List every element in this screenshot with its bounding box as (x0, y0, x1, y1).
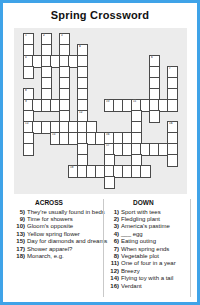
clue-item-text: Flying toy with a tail (121, 275, 190, 282)
grid-cell[interactable] (42, 78, 51, 89)
grid-cell[interactable] (78, 56, 87, 67)
across-header: ACROSS (35, 199, 102, 206)
clue-item-text: Day for diamonds and dreams (27, 238, 107, 245)
clue-item: 12)Breezy (108, 268, 190, 275)
clue-item-text: Yellow spring flower (27, 231, 102, 238)
clue-item-text: Sport with tees (121, 209, 190, 216)
grid-cell[interactable] (96, 166, 105, 177)
grid-cell[interactable] (150, 111, 159, 122)
grid-cell[interactable] (159, 100, 168, 111)
grid-cell[interactable]: 11 (132, 100, 141, 111)
puzzle-page: Spring Crossword 12345678910111213141516… (0, 0, 200, 305)
grid-cell[interactable]: 6 (150, 56, 159, 67)
clue-item: 14)Flying toy with a tail (108, 275, 190, 282)
clue-item-number: 5) (14, 209, 25, 216)
across-list: 5)They're usually found in beds9)Time fo… (14, 209, 102, 261)
clue-item-text: ___ egg (121, 231, 190, 238)
clue-item-text: They're usually found in beds (27, 209, 105, 216)
grid-cell[interactable] (60, 67, 69, 78)
clue-item: 8)Vegetable plot (108, 253, 190, 260)
grid-cell[interactable] (105, 177, 114, 188)
clue-number-label: 3 (61, 33, 63, 36)
clue-item-text: Verdant (121, 283, 190, 290)
clue-item: 17)Shower apparel? (14, 246, 102, 253)
grid-cell[interactable] (42, 45, 51, 56)
grid-cell[interactable] (96, 133, 105, 144)
grid-cell[interactable] (78, 67, 87, 78)
clue-item-text: Vegetable plot (121, 253, 190, 260)
grid-cell[interactable] (78, 122, 87, 133)
clue-number-label: 14 (169, 121, 172, 124)
grid-cell[interactable] (132, 144, 141, 155)
clue-item-number: 16) (108, 283, 119, 290)
grid-cell[interactable] (78, 89, 87, 100)
grid-cell[interactable] (60, 78, 69, 89)
grid-cell[interactable] (33, 56, 42, 67)
clue-item: 6)Eating outing (108, 238, 190, 245)
clue-item: 18)Monarch, e.g. (14, 253, 102, 260)
grid-cell[interactable] (42, 56, 51, 67)
grid-cell[interactable]: 18 (69, 166, 78, 177)
clue-item-text: One of four in a year (121, 260, 190, 267)
clue-item: 1)Sport with tees (108, 209, 190, 216)
grid-cell[interactable] (123, 133, 132, 144)
grid-cell[interactable]: 2 (42, 34, 51, 45)
clue-item-number: 2) (108, 216, 119, 223)
clue-item-number: 9) (14, 216, 25, 223)
clue-item-number: 15) (14, 238, 25, 245)
grid-cell[interactable]: 14 (168, 122, 177, 133)
clue-item-number: 18) (14, 253, 25, 260)
clue-item-text: Breezy (121, 268, 190, 275)
grid-cell[interactable] (60, 89, 69, 100)
clue-item: 9)Time for showers (14, 216, 102, 223)
grid-cell[interactable] (168, 89, 177, 100)
grid-cell[interactable] (168, 155, 177, 166)
clue-item-number: 17) (14, 246, 25, 253)
grid-cell[interactable] (132, 111, 141, 122)
clue-item-number: 1) (108, 209, 119, 216)
grid-cell[interactable] (123, 100, 132, 111)
across-clues-column: ACROSS 5)They're usually found in beds9)… (14, 199, 102, 260)
grid-cell[interactable]: 12 (78, 111, 87, 122)
grid-cell[interactable] (60, 56, 69, 67)
grid-cell[interactable] (114, 133, 123, 144)
grid-cell[interactable]: 10 (105, 100, 114, 111)
clue-number-label: 15 (52, 132, 55, 135)
grid-cell[interactable]: 17 (105, 144, 114, 155)
clue-number-label: 16 (106, 132, 109, 135)
clue-number-label: 7 (169, 66, 171, 69)
grid-cell[interactable] (24, 133, 33, 144)
clue-number-label: 4 (79, 44, 81, 47)
down-list: 1)Sport with tees2)Fledgling plant3)Amer… (108, 209, 190, 290)
clue-item-text: When spring ends (121, 246, 190, 253)
grid-cell[interactable] (150, 100, 159, 111)
grid-cell[interactable] (132, 133, 141, 144)
clue-item-number: 11) (108, 260, 119, 267)
clue-item-text: Gloom's opposite (27, 223, 102, 230)
grid-cell[interactable] (114, 100, 123, 111)
grid-cell[interactable] (60, 45, 69, 56)
grid-cell[interactable] (78, 155, 87, 166)
clue-number-label: 9 (25, 99, 27, 102)
grid-cell[interactable] (60, 100, 69, 111)
grid-cell[interactable] (78, 144, 87, 155)
grid-cell[interactable] (150, 67, 159, 78)
clue-item-text: America's pastime (121, 223, 190, 230)
grid-cell[interactable] (24, 144, 33, 155)
grid-cell[interactable] (141, 166, 150, 177)
grid-cell[interactable] (159, 144, 168, 155)
grid-cell[interactable] (42, 67, 51, 78)
grid-cell[interactable] (87, 122, 96, 133)
clue-number-label: 2 (43, 33, 45, 36)
clue-number-label: 12 (79, 110, 82, 113)
grid-cell[interactable] (114, 166, 123, 177)
grid-cell[interactable] (33, 100, 42, 111)
clue-item: 10)Gloom's opposite (14, 223, 102, 230)
clue-item: 4)___ egg (108, 231, 190, 238)
down-header: DOWN (133, 199, 190, 206)
crossword-grid: 123456789101112131415161718 (24, 34, 177, 188)
clue-number-label: 18 (70, 165, 73, 168)
grid-cell[interactable] (60, 133, 69, 144)
grid-cell[interactable] (141, 144, 150, 155)
grid-cell[interactable] (51, 56, 60, 67)
grid-cell[interactable]: 9 (24, 100, 33, 111)
grid-cell[interactable] (168, 78, 177, 89)
grid-cell[interactable] (87, 133, 96, 144)
grid-cell[interactable] (132, 166, 141, 177)
clue-number-label: 6 (151, 55, 153, 58)
crossword-board: 123456789101112131415161718 (14, 28, 187, 194)
clue-item-number: 4) (108, 231, 119, 238)
clue-item: 16)Verdant (108, 283, 190, 290)
grid-cell[interactable] (132, 155, 141, 166)
grid-cell[interactable] (51, 100, 60, 111)
grid-cell[interactable]: 15 (51, 133, 60, 144)
grid-cell[interactable] (69, 56, 78, 67)
clue-item-text: Fledgling plant (121, 216, 190, 223)
grid-cell[interactable]: 5 (24, 56, 33, 67)
grid-cell[interactable] (150, 89, 159, 100)
clues-section: ACROSS 5)They're usually found in beds9)… (14, 199, 197, 299)
page-title: Spring Crossword (3, 3, 197, 21)
clue-item-number: 13) (14, 231, 25, 238)
grid-cell[interactable] (69, 122, 78, 133)
grid-cell[interactable]: 1 (24, 34, 33, 45)
grid-cell[interactable] (78, 78, 87, 89)
clue-number-label: 13 (25, 121, 28, 124)
clue-item-number: 3) (108, 223, 119, 230)
clue-item: 5)They're usually found in beds (14, 209, 102, 216)
clue-number-label: 1 (25, 33, 27, 36)
grid-cell[interactable] (168, 133, 177, 144)
clue-number-label: 17 (106, 143, 109, 146)
clue-item-text: Time for showers (27, 216, 102, 223)
grid-cell[interactable] (150, 144, 159, 155)
grid-cell[interactable]: 13 (24, 122, 33, 133)
clue-item: 11)One of four in a year (108, 260, 190, 267)
grid-cell[interactable] (141, 100, 150, 111)
clue-number-label: 10 (106, 99, 109, 102)
clue-item-text: Eating outing (121, 238, 190, 245)
grid-cell[interactable] (168, 100, 177, 111)
grid-cell[interactable] (42, 100, 51, 111)
grid-cell[interactable] (105, 155, 114, 166)
grid-cell[interactable] (42, 89, 51, 100)
grid-cell[interactable] (60, 111, 69, 122)
clue-number-label: 5 (25, 55, 27, 58)
grid-cell[interactable] (78, 166, 87, 177)
grid-cell[interactable] (123, 166, 132, 177)
clue-item: 2)Fledgling plant (108, 216, 190, 223)
clue-number-label: 8 (25, 88, 27, 91)
clue-number-label: 11 (133, 99, 136, 102)
grid-cell[interactable] (78, 133, 87, 144)
grid-cell[interactable] (42, 122, 51, 133)
down-clues-column: DOWN 1)Sport with tees2)Fledgling plant3… (103, 199, 191, 297)
clue-item-number: 12) (108, 268, 119, 275)
clue-item-text: Monarch, e.g. (27, 253, 102, 260)
clue-item-number: 10) (14, 223, 25, 230)
grid-cell[interactable] (24, 67, 33, 78)
grid-cell[interactable] (132, 122, 141, 133)
grid-cell[interactable] (87, 166, 96, 177)
grid-cell[interactable] (69, 133, 78, 144)
grid-cell[interactable] (33, 122, 42, 133)
clue-item-number: 6) (108, 238, 119, 245)
grid-cell[interactable] (60, 122, 69, 133)
grid-cell[interactable] (123, 144, 132, 155)
grid-cell[interactable]: 3 (60, 34, 69, 45)
clue-item: 7)When spring ends (108, 246, 190, 253)
clue-item: 15)Day for diamonds and dreams (14, 238, 102, 245)
clue-item: 3)America's pastime (108, 223, 190, 230)
clue-item-text: Shower apparel? (27, 246, 102, 253)
grid-cell[interactable] (105, 166, 114, 177)
grid-cell[interactable] (168, 144, 177, 155)
grid-cell[interactable]: 7 (168, 67, 177, 78)
clue-item-number: 8) (108, 253, 119, 260)
clue-item: 13)Yellow spring flower (14, 231, 102, 238)
grid-cell[interactable] (150, 78, 159, 89)
grid-cell[interactable]: 4 (78, 45, 87, 56)
clue-item-number: 14) (108, 275, 119, 282)
grid-cell[interactable] (114, 144, 123, 155)
clue-item-number: 7) (108, 246, 119, 253)
